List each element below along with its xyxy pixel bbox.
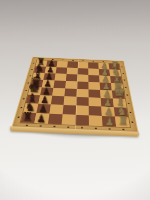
square-h5 <box>62 114 76 125</box>
scene: ♜♟♟♜♞♟♟♞♝♟♟♝♛♟♟♛♚♟♟♚♝♟♟♝♞♟♟♞♜♟♟♜ <box>0 0 150 200</box>
square-g3 <box>89 106 102 116</box>
square-g4 <box>76 105 89 115</box>
square-g5 <box>63 105 77 115</box>
piece-white-rook: ♜ <box>116 115 130 127</box>
square-h1: ♜ <box>115 116 130 127</box>
piece-black-pawn: ♟ <box>40 86 53 96</box>
square-h6 <box>48 114 63 125</box>
piece-black-pawn: ♟ <box>38 94 51 104</box>
piece-black-pawn: ♟ <box>36 103 50 113</box>
photo-backdrop: ♜♟♟♜♞♟♟♞♝♟♟♝♛♟♟♛♚♟♟♚♝♟♟♝♞♟♟♞♜♟♟♜ <box>0 0 150 200</box>
piece-black-pawn: ♟ <box>34 113 48 124</box>
chess-board: ♜♟♟♜♞♟♟♞♝♟♟♝♛♟♟♛♚♟♟♚♝♟♟♝♞♟♟♞♜♟♟♜ <box>11 57 139 134</box>
square-h2: ♟ <box>102 116 116 127</box>
square-e2: ♟ <box>100 90 113 99</box>
square-g6 <box>50 104 64 114</box>
square-e5 <box>64 88 76 96</box>
piece-white-knight: ♞ <box>115 105 129 117</box>
piece-white-bishop: ♝ <box>114 96 127 108</box>
square-h3 <box>89 115 103 126</box>
square-h4 <box>75 115 89 126</box>
square-e8: ♚ <box>28 87 42 95</box>
piece-black-rook: ♜ <box>21 111 35 123</box>
square-e3 <box>89 89 101 98</box>
